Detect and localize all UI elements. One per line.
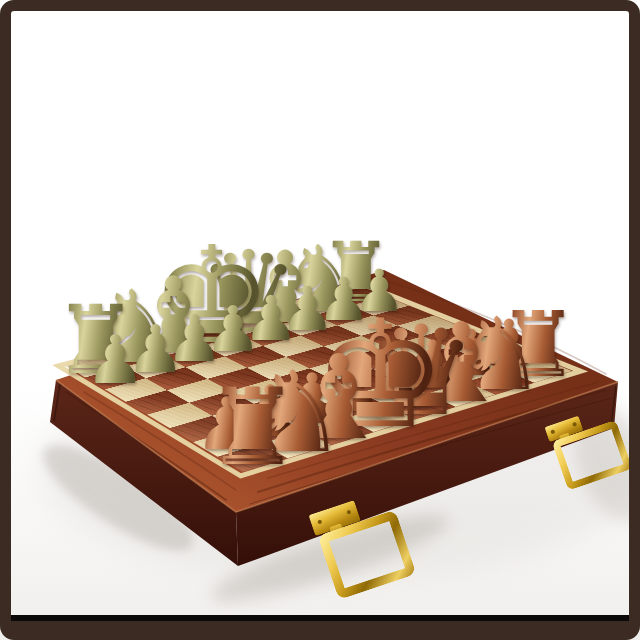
chess-set-photo: Folding rosewood chess box with metal pi… xyxy=(0,0,640,640)
frame-black-strip xyxy=(11,615,629,621)
